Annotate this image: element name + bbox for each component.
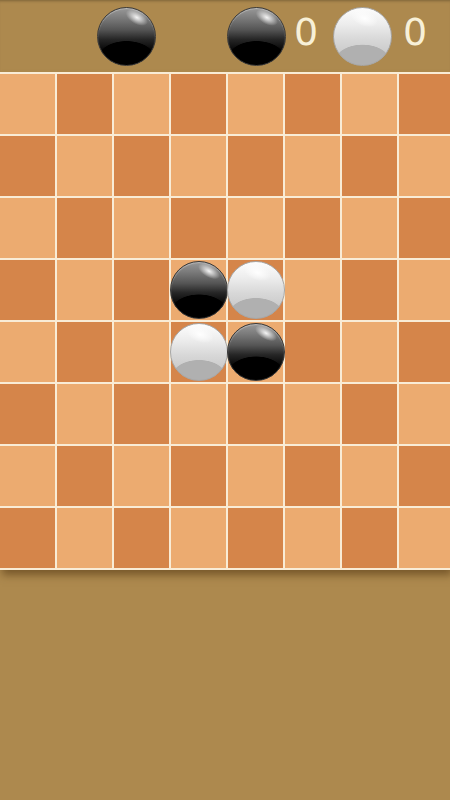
board-cell[interactable] <box>228 508 283 568</box>
white-disc <box>170 323 228 381</box>
board-cell[interactable] <box>399 508 450 568</box>
board-cell[interactable] <box>57 508 112 568</box>
board-cell[interactable] <box>228 260 283 320</box>
black-disc <box>227 323 285 381</box>
board-cell[interactable] <box>57 260 112 320</box>
white-disc <box>227 261 285 319</box>
board-cell[interactable] <box>342 198 397 258</box>
board-cell[interactable] <box>0 74 55 134</box>
board-cell[interactable] <box>342 260 397 320</box>
black-score-value: 0 <box>294 10 318 54</box>
board-cell[interactable] <box>114 136 169 196</box>
board-cell[interactable] <box>57 446 112 506</box>
board-cell[interactable] <box>171 508 226 568</box>
board-cell[interactable] <box>228 322 283 382</box>
board-cell[interactable] <box>0 446 55 506</box>
white-score-disc-icon <box>333 7 392 66</box>
board-cell[interactable] <box>285 260 340 320</box>
score-header: 0 0 <box>0 0 450 71</box>
board-cell[interactable] <box>228 446 283 506</box>
board-cell[interactable] <box>399 136 450 196</box>
board-cell[interactable] <box>399 260 450 320</box>
board-cell[interactable] <box>114 446 169 506</box>
othello-board <box>0 72 450 570</box>
board-cell[interactable] <box>285 322 340 382</box>
board-cell[interactable] <box>285 508 340 568</box>
board-cell[interactable] <box>342 384 397 444</box>
board-cell[interactable] <box>228 198 283 258</box>
black-score-disc-icon <box>227 7 286 66</box>
board-cell[interactable] <box>114 322 169 382</box>
black-disc <box>170 261 228 319</box>
turn-indicator-black-disc-icon <box>97 7 156 66</box>
board-cell[interactable] <box>171 260 226 320</box>
board-cell[interactable] <box>285 136 340 196</box>
board-cell[interactable] <box>285 446 340 506</box>
board-cell[interactable] <box>342 322 397 382</box>
board-cell[interactable] <box>57 198 112 258</box>
board-cell[interactable] <box>285 384 340 444</box>
board-cell[interactable] <box>114 74 169 134</box>
board-cell[interactable] <box>114 260 169 320</box>
board-cell[interactable] <box>0 322 55 382</box>
board-cell[interactable] <box>399 384 450 444</box>
board-cell[interactable] <box>171 446 226 506</box>
board-cell[interactable] <box>342 74 397 134</box>
board-cell[interactable] <box>228 74 283 134</box>
board-cell[interactable] <box>0 136 55 196</box>
board-cell[interactable] <box>171 74 226 134</box>
board-cell[interactable] <box>171 384 226 444</box>
board-cell[interactable] <box>114 198 169 258</box>
board-cell[interactable] <box>0 260 55 320</box>
board-cell[interactable] <box>57 384 112 444</box>
board-cell[interactable] <box>399 74 450 134</box>
board-cell[interactable] <box>0 384 55 444</box>
board-cell[interactable] <box>399 198 450 258</box>
board-cell[interactable] <box>57 74 112 134</box>
board-cell[interactable] <box>171 198 226 258</box>
board-cell[interactable] <box>285 198 340 258</box>
board-cell[interactable] <box>285 74 340 134</box>
board-cell[interactable] <box>228 384 283 444</box>
board-cell[interactable] <box>228 136 283 196</box>
board-cell[interactable] <box>342 446 397 506</box>
board-cell[interactable] <box>171 322 226 382</box>
board-cell[interactable] <box>342 508 397 568</box>
board-cell[interactable] <box>57 322 112 382</box>
board-cell[interactable] <box>342 136 397 196</box>
white-score-value: 0 <box>403 10 427 54</box>
board-cell[interactable] <box>171 136 226 196</box>
board-cell[interactable] <box>399 322 450 382</box>
board-cell[interactable] <box>114 384 169 444</box>
board-cell[interactable] <box>114 508 169 568</box>
board-cell[interactable] <box>0 508 55 568</box>
board-cell[interactable] <box>57 136 112 196</box>
board-cell[interactable] <box>399 446 450 506</box>
board-cell[interactable] <box>0 198 55 258</box>
